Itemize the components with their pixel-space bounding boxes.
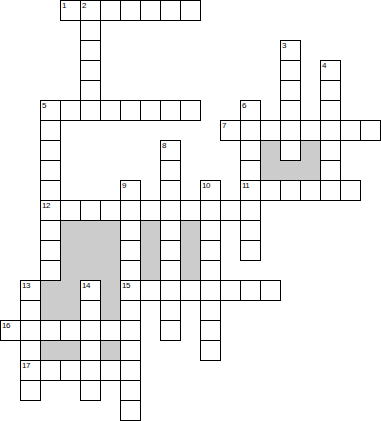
letter-cell[interactable] (300, 180, 321, 201)
letter-cell[interactable] (240, 160, 261, 181)
shaded-cell (140, 220, 161, 241)
shaded-cell (300, 160, 321, 181)
shaded-cell (60, 220, 81, 241)
letter-cell[interactable] (120, 260, 141, 281)
letter-cell[interactable] (320, 80, 341, 101)
shaded-cell (300, 140, 321, 161)
letter-cell[interactable] (120, 220, 141, 241)
letter-cell[interactable] (20, 320, 41, 341)
shaded-cell (40, 300, 61, 321)
letter-cell[interactable] (60, 320, 81, 341)
shaded-cell (100, 280, 121, 301)
letter-cell[interactable] (160, 320, 181, 341)
clue-number: 8 (162, 141, 166, 150)
letter-cell[interactable] (120, 320, 141, 341)
letter-cell[interactable] (20, 340, 41, 361)
letter-cell[interactable] (120, 400, 141, 421)
letter-cell[interactable] (160, 160, 181, 181)
shaded-cell (40, 280, 61, 301)
letter-cell[interactable] (120, 380, 141, 401)
shaded-cell (100, 300, 121, 321)
letter-cell[interactable]: 2 (80, 0, 101, 21)
shaded-cell (100, 220, 121, 241)
letter-cell[interactable] (200, 260, 221, 281)
letter-cell[interactable]: 4 (320, 60, 341, 81)
letter-cell[interactable]: 13 (20, 280, 41, 301)
letter-cell[interactable]: 12 (40, 200, 61, 221)
letter-cell[interactable] (220, 280, 241, 301)
letter-cell[interactable] (80, 300, 101, 321)
letter-cell[interactable] (260, 180, 281, 201)
letter-cell[interactable] (40, 140, 61, 161)
clue-number: 11 (242, 181, 249, 190)
letter-cell[interactable] (60, 200, 81, 221)
letter-cell[interactable] (60, 100, 81, 121)
letter-cell[interactable] (160, 260, 181, 281)
letter-cell[interactable] (200, 280, 221, 301)
shaded-cell (140, 240, 161, 261)
shaded-cell (100, 240, 121, 261)
crossword-board: 1234567891011121314151617 (0, 0, 381, 421)
letter-cell[interactable] (100, 320, 121, 341)
letter-cell[interactable] (160, 180, 181, 201)
letter-cell[interactable] (280, 100, 301, 121)
letter-cell[interactable] (80, 360, 101, 381)
shaded-cell (100, 260, 121, 281)
clue-number: 17 (22, 361, 30, 370)
letter-cell[interactable] (240, 240, 261, 261)
letter-cell[interactable] (120, 300, 141, 321)
letter-cell[interactable] (180, 100, 201, 121)
shaded-cell (80, 240, 101, 261)
letter-cell[interactable] (320, 180, 341, 201)
letter-cell[interactable]: 6 (240, 100, 261, 121)
letter-cell[interactable] (320, 100, 341, 121)
clue-number: 10 (202, 181, 210, 190)
letter-cell[interactable] (140, 100, 161, 121)
shaded-cell (260, 140, 281, 161)
letter-cell[interactable] (200, 240, 221, 261)
letter-cell[interactable] (280, 120, 301, 141)
letter-cell[interactable] (40, 320, 61, 341)
letter-cell[interactable] (260, 280, 281, 301)
letter-cell[interactable] (160, 240, 181, 261)
clue-number: 7 (222, 121, 226, 130)
letter-cell[interactable]: 1 (60, 0, 81, 21)
shaded-cell (280, 160, 301, 181)
shaded-cell (180, 260, 201, 281)
letter-cell[interactable] (80, 320, 101, 341)
shaded-cell (60, 240, 81, 261)
clue-number: 2 (82, 1, 86, 10)
letter-cell[interactable] (100, 200, 121, 221)
letter-cell[interactable] (180, 200, 201, 221)
shaded-cell (60, 280, 81, 301)
letter-cell[interactable] (320, 160, 341, 181)
clue-number: 5 (42, 101, 46, 110)
letter-cell[interactable] (40, 360, 61, 381)
letter-cell[interactable] (140, 0, 161, 21)
letter-cell[interactable] (80, 380, 101, 401)
letter-cell[interactable] (160, 200, 181, 221)
letter-cell[interactable] (240, 200, 261, 221)
letter-cell[interactable] (60, 360, 81, 381)
letter-cell[interactable]: 11 (240, 180, 261, 201)
letter-cell[interactable] (240, 140, 261, 161)
letter-cell[interactable] (300, 120, 321, 141)
letter-cell[interactable] (100, 360, 121, 381)
letter-cell[interactable] (120, 200, 141, 221)
shaded-cell (60, 340, 81, 361)
letter-cell[interactable]: 7 (220, 120, 241, 141)
letter-cell[interactable] (240, 280, 261, 301)
clue-number: 9 (122, 181, 126, 190)
shaded-cell (40, 340, 61, 361)
letter-cell[interactable] (80, 20, 101, 41)
letter-cell[interactable] (200, 340, 221, 361)
letter-cell[interactable] (40, 120, 61, 141)
letter-cell[interactable] (40, 240, 61, 261)
letter-cell[interactable]: 15 (120, 280, 141, 301)
letter-cell[interactable]: 5 (40, 100, 61, 121)
letter-cell[interactable] (340, 120, 361, 141)
letter-cell[interactable] (160, 280, 181, 301)
letter-cell[interactable] (40, 260, 61, 281)
clue-number: 3 (282, 41, 286, 50)
clue-number: 13 (22, 281, 30, 290)
shaded-cell (180, 220, 201, 241)
clue-number: 4 (322, 61, 326, 70)
letter-cell[interactable] (200, 220, 221, 241)
letter-cell[interactable] (80, 60, 101, 81)
shaded-cell (60, 300, 81, 321)
letter-cell[interactable] (80, 200, 101, 221)
shaded-cell (60, 260, 81, 281)
clue-number: 1 (62, 1, 66, 10)
letter-cell[interactable] (120, 240, 141, 261)
letter-cell[interactable] (340, 180, 361, 201)
letter-cell[interactable] (200, 200, 221, 221)
letter-cell[interactable] (160, 0, 181, 21)
shaded-cell (180, 240, 201, 261)
letter-cell[interactable] (280, 60, 301, 81)
letter-cell[interactable] (360, 120, 381, 141)
shaded-cell (140, 260, 161, 281)
letter-cell[interactable] (80, 340, 101, 361)
letter-cell[interactable] (40, 220, 61, 241)
letter-cell[interactable]: 8 (160, 140, 181, 161)
letter-cell[interactable] (80, 100, 101, 121)
letter-cell[interactable] (120, 340, 141, 361)
letter-cell[interactable]: 14 (80, 280, 101, 301)
letter-cell[interactable] (140, 280, 161, 301)
letter-cell[interactable] (180, 280, 201, 301)
letter-cell[interactable]: 9 (120, 180, 141, 201)
letter-cell[interactable] (260, 120, 281, 141)
letter-cell[interactable] (120, 0, 141, 21)
letter-cell[interactable] (160, 100, 181, 121)
letter-cell[interactable] (120, 360, 141, 381)
letter-cell[interactable] (320, 120, 341, 141)
clue-number: 15 (122, 281, 130, 290)
shaded-cell (80, 260, 101, 281)
letter-cell[interactable] (100, 0, 121, 21)
clue-number: 12 (42, 201, 50, 210)
letter-cell[interactable] (200, 320, 221, 341)
letter-cell[interactable] (20, 380, 41, 401)
letter-cell[interactable] (100, 100, 121, 121)
letter-cell[interactable] (120, 100, 141, 121)
letter-cell[interactable] (240, 220, 261, 241)
letter-cell[interactable]: 3 (280, 40, 301, 61)
letter-cell[interactable] (240, 120, 261, 141)
letter-cell[interactable] (80, 40, 101, 61)
clue-number: 16 (2, 321, 10, 330)
letter-cell[interactable] (220, 200, 241, 221)
letter-cell[interactable] (40, 160, 61, 181)
letter-cell[interactable] (280, 140, 301, 161)
letter-cell[interactable] (320, 140, 341, 161)
letter-cell[interactable] (140, 200, 161, 221)
letter-cell[interactable] (40, 180, 61, 201)
shaded-cell (100, 340, 121, 361)
shaded-cell (80, 220, 101, 241)
letter-cell[interactable] (180, 0, 201, 21)
clue-number: 14 (82, 281, 90, 290)
clue-number: 6 (242, 101, 246, 110)
letter-cell[interactable]: 17 (20, 360, 41, 381)
letter-cell[interactable]: 10 (200, 180, 221, 201)
letter-cell[interactable]: 16 (0, 320, 21, 341)
letter-cell[interactable] (200, 300, 221, 321)
letter-cell[interactable] (80, 80, 101, 101)
letter-cell[interactable] (160, 220, 181, 241)
letter-cell[interactable] (280, 180, 301, 201)
shaded-cell (260, 160, 281, 181)
letter-cell[interactable] (280, 80, 301, 101)
letter-cell[interactable] (160, 300, 181, 321)
letter-cell[interactable] (20, 300, 41, 321)
